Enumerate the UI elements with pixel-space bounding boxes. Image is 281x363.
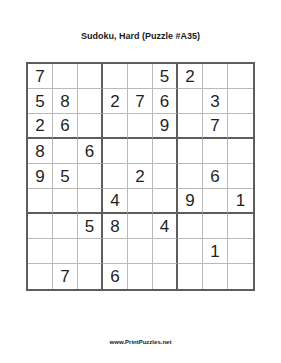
- sudoku-cell[interactable]: 6: [103, 264, 128, 289]
- sudoku-cell[interactable]: [203, 139, 228, 164]
- sudoku-cell[interactable]: [228, 139, 253, 164]
- sudoku-cell[interactable]: 7: [128, 89, 153, 114]
- puzzle-page: Sudoku, Hard (Puzzle #A35) 7525827632697…: [0, 0, 281, 363]
- puzzle-title: Sudoku, Hard (Puzzle #A35): [0, 31, 281, 41]
- sudoku-cell[interactable]: [103, 164, 128, 189]
- sudoku-cell[interactable]: 1: [203, 239, 228, 264]
- sudoku-cell[interactable]: [203, 64, 228, 89]
- sudoku-cell[interactable]: [78, 64, 103, 89]
- sudoku-cell[interactable]: [203, 189, 228, 214]
- sudoku-cell[interactable]: 6: [203, 164, 228, 189]
- sudoku-cell[interactable]: 1: [228, 189, 253, 214]
- sudoku-cell[interactable]: [228, 239, 253, 264]
- sudoku-cell[interactable]: [128, 189, 153, 214]
- sudoku-cell[interactable]: [178, 264, 203, 289]
- sudoku-cell[interactable]: [153, 164, 178, 189]
- sudoku-cell[interactable]: 6: [153, 89, 178, 114]
- sudoku-cell[interactable]: [28, 214, 53, 239]
- sudoku-cell[interactable]: [128, 239, 153, 264]
- sudoku-cell[interactable]: [28, 239, 53, 264]
- sudoku-cell[interactable]: 7: [203, 114, 228, 139]
- sudoku-cell[interactable]: [178, 239, 203, 264]
- board-container: 7525827632697869526491584176: [26, 62, 255, 291]
- sudoku-cell[interactable]: [78, 239, 103, 264]
- sudoku-cell[interactable]: [103, 239, 128, 264]
- sudoku-cell[interactable]: [28, 264, 53, 289]
- sudoku-cell[interactable]: [128, 114, 153, 139]
- sudoku-cell[interactable]: [178, 89, 203, 114]
- sudoku-cell[interactable]: 7: [28, 64, 53, 89]
- sudoku-cell[interactable]: 7: [53, 264, 78, 289]
- sudoku-cell[interactable]: [153, 239, 178, 264]
- sudoku-cell[interactable]: [203, 264, 228, 289]
- sudoku-cell[interactable]: 4: [103, 189, 128, 214]
- sudoku-cell[interactable]: [28, 189, 53, 214]
- sudoku-cell[interactable]: [228, 264, 253, 289]
- sudoku-cell[interactable]: 3: [203, 89, 228, 114]
- sudoku-cell[interactable]: [178, 214, 203, 239]
- sudoku-cell[interactable]: [103, 114, 128, 139]
- sudoku-cell[interactable]: [53, 64, 78, 89]
- sudoku-cell[interactable]: [78, 89, 103, 114]
- sudoku-cell[interactable]: 4: [153, 214, 178, 239]
- sudoku-cell[interactable]: [228, 64, 253, 89]
- sudoku-cell[interactable]: [228, 164, 253, 189]
- sudoku-cell[interactable]: 2: [128, 164, 153, 189]
- sudoku-cell[interactable]: [203, 214, 228, 239]
- sudoku-grid: 7525827632697869526491584176: [26, 62, 255, 291]
- sudoku-cell[interactable]: [78, 264, 103, 289]
- sudoku-cell[interactable]: [78, 189, 103, 214]
- sudoku-cell[interactable]: [103, 64, 128, 89]
- sudoku-cell[interactable]: 5: [53, 164, 78, 189]
- sudoku-cell[interactable]: 5: [28, 89, 53, 114]
- sudoku-cell[interactable]: 8: [28, 139, 53, 164]
- sudoku-cell[interactable]: [128, 264, 153, 289]
- sudoku-cell[interactable]: [228, 89, 253, 114]
- sudoku-cell[interactable]: 6: [78, 139, 103, 164]
- sudoku-cell[interactable]: 9: [178, 189, 203, 214]
- sudoku-cell[interactable]: 9: [153, 114, 178, 139]
- sudoku-cell[interactable]: 2: [28, 114, 53, 139]
- sudoku-cell[interactable]: [153, 264, 178, 289]
- sudoku-cell[interactable]: [53, 239, 78, 264]
- sudoku-cell[interactable]: [178, 139, 203, 164]
- sudoku-cell[interactable]: [178, 114, 203, 139]
- sudoku-cell[interactable]: 8: [53, 89, 78, 114]
- sudoku-cell[interactable]: [153, 139, 178, 164]
- footer-site-label: www.PrintPuzzles.net: [0, 339, 281, 345]
- sudoku-cell[interactable]: 5: [153, 64, 178, 89]
- sudoku-cell[interactable]: [53, 139, 78, 164]
- sudoku-cell[interactable]: 8: [103, 214, 128, 239]
- sudoku-cell[interactable]: 9: [28, 164, 53, 189]
- sudoku-cell[interactable]: 2: [103, 89, 128, 114]
- sudoku-cell[interactable]: 2: [178, 64, 203, 89]
- sudoku-cell[interactable]: [228, 114, 253, 139]
- sudoku-cell[interactable]: 6: [53, 114, 78, 139]
- sudoku-cell[interactable]: [228, 214, 253, 239]
- sudoku-cell[interactable]: [128, 139, 153, 164]
- sudoku-cell[interactable]: [128, 214, 153, 239]
- sudoku-cell[interactable]: [53, 189, 78, 214]
- sudoku-cell[interactable]: [103, 139, 128, 164]
- sudoku-cell[interactable]: [78, 114, 103, 139]
- sudoku-cell[interactable]: [128, 64, 153, 89]
- sudoku-cell[interactable]: 5: [78, 214, 103, 239]
- sudoku-cell[interactable]: [53, 214, 78, 239]
- sudoku-cell[interactable]: [78, 164, 103, 189]
- sudoku-cell[interactable]: [178, 164, 203, 189]
- sudoku-cell[interactable]: [153, 189, 178, 214]
